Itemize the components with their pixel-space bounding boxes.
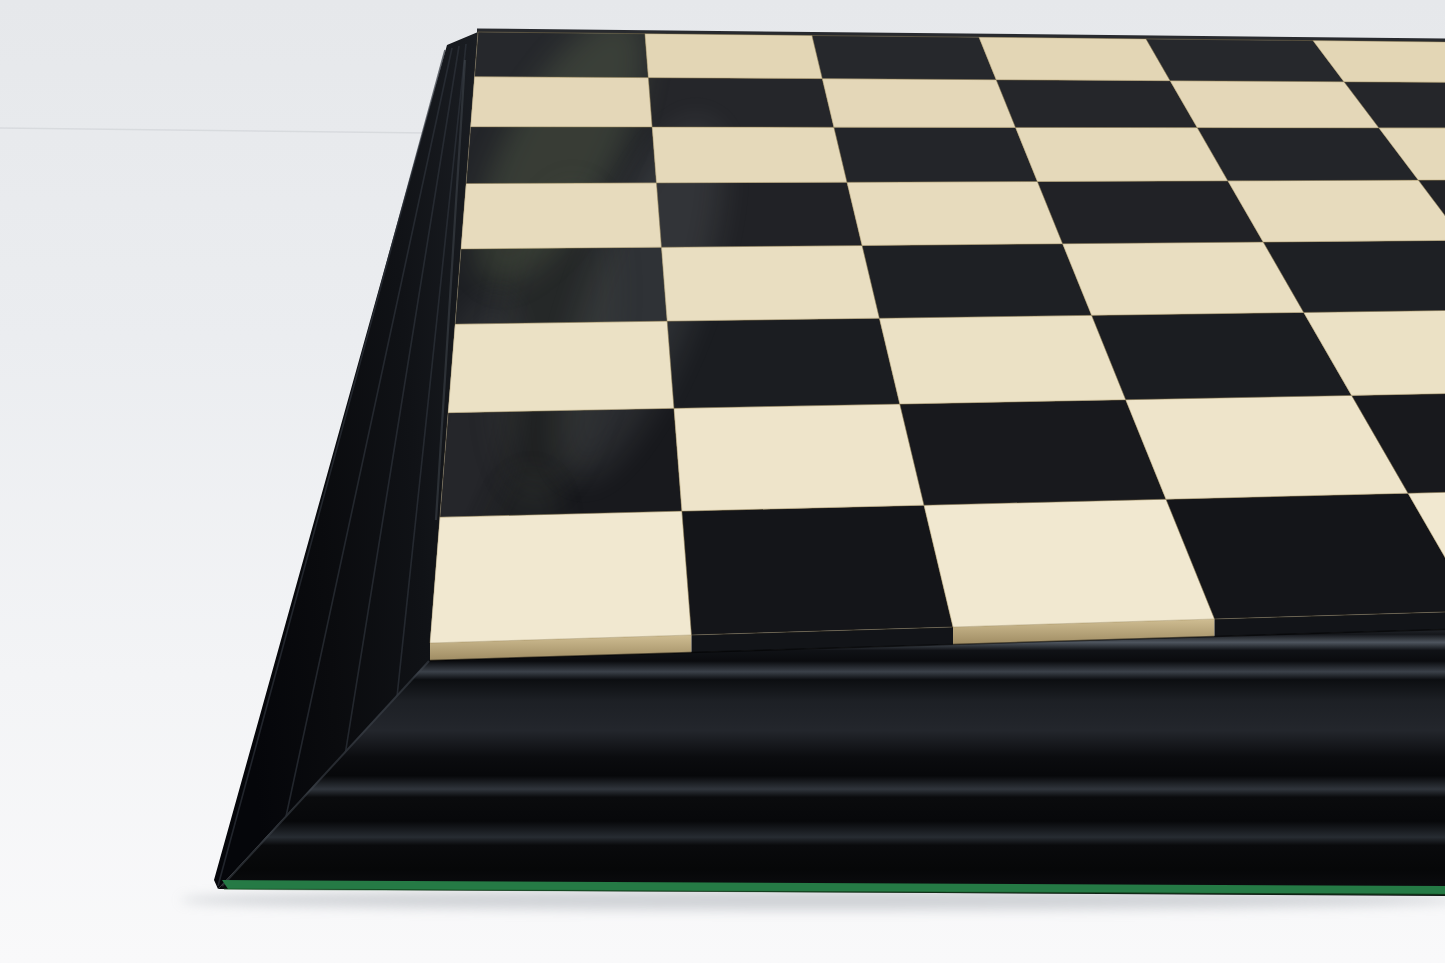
square-c4-r7 xyxy=(1146,39,1344,82)
square-c1-r7 xyxy=(645,34,822,79)
square-c1-r5 xyxy=(652,127,847,183)
square-c3-r4 xyxy=(1037,181,1263,244)
square-c3-r6 xyxy=(996,80,1197,128)
square-c4-r4 xyxy=(1228,180,1445,242)
square-c1-r1 xyxy=(674,404,924,511)
square-c0-r6 xyxy=(471,77,653,127)
square-c1-r0 xyxy=(682,505,953,635)
square-c1-r3 xyxy=(662,246,880,322)
square-c1-r2 xyxy=(667,318,900,408)
square-c3-r5 xyxy=(1016,127,1228,181)
square-c0-r2 xyxy=(448,321,674,413)
square-c3-r0 xyxy=(1166,493,1445,619)
chess-board xyxy=(430,32,1445,643)
square-c2-r1 xyxy=(900,400,1166,506)
square-c2-r5 xyxy=(834,127,1038,182)
square-c2-r4 xyxy=(847,182,1063,246)
square-c3-r3 xyxy=(1063,242,1304,315)
square-c2-r3 xyxy=(862,244,1092,319)
square-c0-r4 xyxy=(461,183,662,249)
square-c2-r0 xyxy=(924,499,1215,627)
square-c2-r7 xyxy=(812,36,996,80)
chessboard-product-photo xyxy=(0,0,1445,963)
square-c2-r2 xyxy=(879,315,1125,404)
square-c0-r0 xyxy=(430,511,692,643)
square-c1-r6 xyxy=(648,78,834,128)
square-c2-r6 xyxy=(822,79,1015,128)
board-photo-svg xyxy=(0,0,1445,963)
square-c3-r7 xyxy=(979,37,1170,80)
square-c4-r6 xyxy=(1170,81,1379,128)
